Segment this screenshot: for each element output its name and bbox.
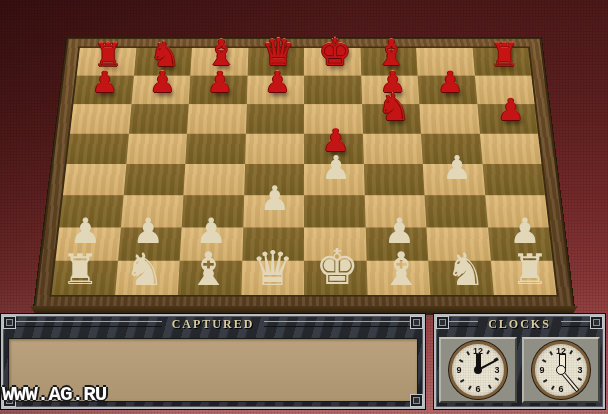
clock-number-9: 9 <box>539 365 544 375</box>
piece-cream-pawn-d3[interactable]: ♟ <box>259 181 289 215</box>
square-h5[interactable] <box>479 134 541 164</box>
clock-face: 12369 <box>532 341 590 399</box>
red-player-clock: 12369 <box>439 337 517 403</box>
clocks-panel: CLOCKS 12369 12369 <box>433 313 606 410</box>
clock-number-6: 6 <box>558 384 563 394</box>
deco-corner-icon <box>590 316 603 329</box>
piece-cream-pawn-g4[interactable]: ♟ <box>442 151 472 184</box>
clock-tick <box>549 351 553 355</box>
clock-hub <box>474 366 482 374</box>
header-rule <box>5 321 162 327</box>
piece-cream-bishop-f1[interactable]: ♝ <box>381 246 422 292</box>
clock-number-3: 3 <box>577 365 582 375</box>
clock-number-3: 3 <box>494 365 499 375</box>
piece-cream-knight-b1[interactable]: ♞ <box>124 247 164 292</box>
captured-header: CAPTURED <box>1 314 425 334</box>
deco-corner-icon <box>410 394 423 407</box>
clock-tick <box>495 377 499 381</box>
square-b4[interactable] <box>123 164 185 195</box>
square-e7[interactable] <box>304 76 362 105</box>
square-g3[interactable] <box>425 195 488 227</box>
watermark-text: WWW.AG.RU <box>2 383 106 406</box>
piece-cream-king-e1[interactable]: ♚ <box>315 243 359 292</box>
square-f4[interactable] <box>363 164 424 195</box>
square-b6[interactable] <box>129 104 189 133</box>
piece-cream-rook-h1[interactable]: ♜ <box>511 249 549 291</box>
square-f5[interactable] <box>362 134 422 164</box>
clock-hub <box>556 365 566 375</box>
deco-corner-icon <box>436 316 449 329</box>
square-g6[interactable] <box>419 104 479 133</box>
captured-title: CAPTURED <box>172 317 255 332</box>
white-player-clock: 12369 <box>522 337 600 403</box>
square-b5[interactable] <box>126 134 187 164</box>
piece-red-rook-h8[interactable]: ♜ <box>490 39 519 71</box>
deco-corner-icon <box>410 316 423 329</box>
square-a6[interactable] <box>70 104 131 133</box>
deco-corner-icon <box>3 316 16 329</box>
piece-cream-pawn-h2[interactable]: ♟ <box>509 214 540 249</box>
clock-tick <box>468 386 472 390</box>
piece-red-pawn-g7[interactable]: ♟ <box>437 68 463 97</box>
game-screen: ♜♞♝♛♚♝♜♟♟♟♟♟♟♞♟♟♟♟♟♟♟♟♟♟♜♞♝♛♚♝♞♜ CAPTURE… <box>0 0 608 414</box>
piece-cream-pawn-e4[interactable]: ♟ <box>321 151 351 184</box>
square-c6[interactable] <box>187 104 246 133</box>
square-c5[interactable] <box>185 134 245 164</box>
clock-tick <box>569 350 573 354</box>
piece-cream-bishop-c1[interactable]: ♝ <box>188 246 229 292</box>
clock-row: 12369 12369 <box>439 337 600 403</box>
square-a4[interactable] <box>63 164 126 195</box>
piece-red-king-e8[interactable]: ♚ <box>318 34 351 71</box>
header-rule <box>264 321 421 327</box>
piece-red-pawn-d7[interactable]: ♟ <box>265 68 291 97</box>
clock-tick <box>543 379 547 383</box>
square-h4[interactable] <box>482 164 545 195</box>
square-d6[interactable] <box>246 104 304 133</box>
clock-tick <box>488 385 492 389</box>
piece-red-knight-f6[interactable]: ♞ <box>377 89 410 126</box>
clock-tick <box>542 359 546 363</box>
square-e3[interactable] <box>304 195 365 227</box>
piece-cream-knight-g1[interactable]: ♞ <box>445 247 485 292</box>
piece-red-pawn-c7[interactable]: ♟ <box>207 68 233 97</box>
piece-red-pawn-a7[interactable]: ♟ <box>92 68 118 97</box>
clock-number-6: 6 <box>475 384 480 394</box>
square-d5[interactable] <box>245 134 304 164</box>
square-c4[interactable] <box>183 164 244 195</box>
clock-tick <box>460 379 464 383</box>
square-a5[interactable] <box>67 134 129 164</box>
piece-cream-rook-a1[interactable]: ♜ <box>61 249 99 291</box>
clock-number-9: 9 <box>456 365 461 375</box>
clock-tick <box>578 377 582 381</box>
clock-face: 12369 <box>449 341 507 399</box>
piece-cream-queen-d1[interactable]: ♛ <box>251 244 294 292</box>
piece-red-pawn-h6[interactable]: ♟ <box>498 95 525 125</box>
clock-tick <box>551 386 555 390</box>
piece-red-pawn-b7[interactable]: ♟ <box>149 68 175 97</box>
clock-tick <box>577 357 581 361</box>
piece-cream-pawn-a2[interactable]: ♟ <box>70 214 101 249</box>
clocks-title: CLOCKS <box>488 317 551 332</box>
clock-tick <box>466 351 470 355</box>
clock-tick <box>459 359 463 363</box>
clock-tick <box>486 350 490 354</box>
clocks-header: CLOCKS <box>434 314 605 334</box>
